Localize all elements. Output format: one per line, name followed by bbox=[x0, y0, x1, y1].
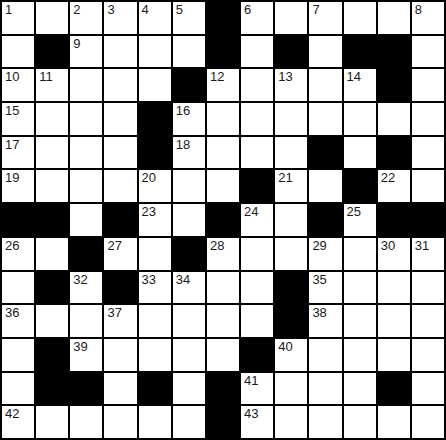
clue-number-5: 5 bbox=[176, 3, 183, 16]
cell-r8-c4[interactable]: 27 bbox=[104, 238, 136, 270]
cell-r9-c11[interactable] bbox=[344, 272, 376, 304]
cell-r2-c6[interactable] bbox=[173, 36, 205, 68]
clue-number-39: 39 bbox=[73, 340, 87, 353]
cell-r3-c13[interactable] bbox=[412, 69, 444, 101]
cell-r6-c4[interactable] bbox=[104, 170, 136, 202]
clue-number-29: 29 bbox=[312, 239, 326, 252]
cell-r4-c1[interactable]: 15 bbox=[2, 103, 34, 135]
black-cell-r9-c9 bbox=[275, 272, 307, 304]
cell-r13-c13[interactable] bbox=[412, 406, 444, 438]
cell-r12-c13[interactable] bbox=[412, 373, 444, 405]
cell-r11-c6[interactable] bbox=[173, 339, 205, 371]
cell-r6-c10[interactable] bbox=[309, 170, 341, 202]
cell-r11-c10[interactable] bbox=[309, 339, 341, 371]
cell-r3-c7[interactable]: 12 bbox=[207, 69, 239, 101]
clue-number-40: 40 bbox=[278, 340, 292, 353]
cell-r12-c4[interactable] bbox=[104, 373, 136, 405]
cell-r12-c11[interactable] bbox=[344, 373, 376, 405]
black-cell-r7-c4 bbox=[104, 204, 136, 236]
black-cell-r9-c2 bbox=[36, 272, 68, 304]
cell-r3-c1[interactable]: 10 bbox=[2, 69, 34, 101]
cell-r4-c7[interactable] bbox=[207, 103, 239, 135]
clue-number-38: 38 bbox=[312, 306, 326, 319]
clue-number-36: 36 bbox=[5, 306, 19, 319]
clue-number-8: 8 bbox=[415, 3, 422, 16]
cell-r10-c4[interactable]: 37 bbox=[104, 305, 136, 337]
cell-r6-c13[interactable] bbox=[412, 170, 444, 202]
black-cell-r10-c9 bbox=[275, 305, 307, 337]
cell-r7-c6[interactable] bbox=[173, 204, 205, 236]
cell-r1-c12[interactable] bbox=[378, 2, 410, 34]
cell-r6-c7[interactable] bbox=[207, 170, 239, 202]
cell-r3-c10[interactable] bbox=[309, 69, 341, 101]
clue-number-25: 25 bbox=[347, 205, 361, 218]
clue-number-2: 2 bbox=[73, 3, 80, 16]
clue-number-33: 33 bbox=[142, 273, 156, 286]
cell-r8-c10[interactable]: 29 bbox=[309, 238, 341, 270]
cell-r5-c1[interactable]: 17 bbox=[2, 137, 34, 169]
clue-number-37: 37 bbox=[107, 306, 121, 319]
clue-number-22: 22 bbox=[381, 171, 395, 184]
clue-number-24: 24 bbox=[244, 205, 258, 218]
cell-r5-c2[interactable] bbox=[36, 137, 68, 169]
cell-r5-c3[interactable] bbox=[70, 137, 102, 169]
cell-r6-c2[interactable] bbox=[36, 170, 68, 202]
cell-r2-c1[interactable] bbox=[2, 36, 34, 68]
black-cell-r7-c13 bbox=[412, 204, 444, 236]
cell-r9-c12[interactable] bbox=[378, 272, 410, 304]
black-cell-r7-c1 bbox=[2, 204, 34, 236]
cell-r1-c10[interactable]: 7 bbox=[309, 2, 341, 34]
black-cell-r12-c12 bbox=[378, 373, 410, 405]
cell-r4-c10[interactable] bbox=[309, 103, 341, 135]
black-cell-r7-c7 bbox=[207, 204, 239, 236]
cell-r3-c9[interactable]: 13 bbox=[275, 69, 307, 101]
black-cell-r2-c12 bbox=[378, 36, 410, 68]
clue-number-1: 1 bbox=[5, 3, 12, 16]
cell-r11-c5[interactable] bbox=[139, 339, 171, 371]
clue-number-17: 17 bbox=[5, 138, 19, 151]
cell-r10-c12[interactable] bbox=[378, 305, 410, 337]
cell-r6-c6[interactable] bbox=[173, 170, 205, 202]
cell-r2-c4[interactable] bbox=[104, 36, 136, 68]
clue-number-18: 18 bbox=[176, 138, 190, 151]
cell-r4-c3[interactable] bbox=[70, 103, 102, 135]
cell-r13-c10[interactable] bbox=[309, 406, 341, 438]
clue-number-42: 42 bbox=[5, 407, 19, 420]
cell-r4-c13[interactable] bbox=[412, 103, 444, 135]
black-cell-r7-c2 bbox=[36, 204, 68, 236]
cell-r9-c13[interactable] bbox=[412, 272, 444, 304]
cell-r10-c11[interactable] bbox=[344, 305, 376, 337]
cell-r4-c12[interactable] bbox=[378, 103, 410, 135]
cell-r9-c3[interactable]: 32 bbox=[70, 272, 102, 304]
cell-r13-c2[interactable] bbox=[36, 406, 68, 438]
cell-r9-c8[interactable] bbox=[241, 272, 273, 304]
cell-r4-c4[interactable] bbox=[104, 103, 136, 135]
cell-r3-c3[interactable] bbox=[70, 69, 102, 101]
clue-number-15: 15 bbox=[5, 104, 19, 117]
cell-r11-c4[interactable] bbox=[104, 339, 136, 371]
cell-r1-c13[interactable]: 8 bbox=[412, 2, 444, 34]
cell-r7-c5[interactable]: 23 bbox=[139, 204, 171, 236]
black-cell-r4-c5 bbox=[139, 103, 171, 135]
black-cell-r3-c6 bbox=[173, 69, 205, 101]
cell-r11-c13[interactable] bbox=[412, 339, 444, 371]
cell-r13-c8[interactable]: 43 bbox=[241, 406, 273, 438]
clue-number-31: 31 bbox=[415, 239, 429, 252]
cell-r11-c1[interactable] bbox=[2, 339, 34, 371]
cell-r8-c11[interactable] bbox=[344, 238, 376, 270]
cell-r2-c13[interactable] bbox=[412, 36, 444, 68]
black-cell-r11-c8 bbox=[241, 339, 273, 371]
cell-r12-c9[interactable] bbox=[275, 373, 307, 405]
cell-r13-c1[interactable]: 42 bbox=[2, 406, 34, 438]
cell-r8-c12[interactable]: 30 bbox=[378, 238, 410, 270]
clue-number-19: 19 bbox=[5, 171, 19, 184]
cell-r4-c9[interactable] bbox=[275, 103, 307, 135]
cell-r6-c3[interactable] bbox=[70, 170, 102, 202]
cell-r9-c7[interactable] bbox=[207, 272, 239, 304]
cell-r3-c8[interactable] bbox=[241, 69, 273, 101]
cell-r13-c4[interactable] bbox=[104, 406, 136, 438]
cell-r7-c11[interactable]: 25 bbox=[344, 204, 376, 236]
clue-number-12: 12 bbox=[210, 70, 224, 83]
black-cell-r12-c5 bbox=[139, 373, 171, 405]
cell-r10-c2[interactable] bbox=[36, 305, 68, 337]
cell-r2-c8[interactable] bbox=[241, 36, 273, 68]
black-cell-r8-c3 bbox=[70, 238, 102, 270]
clue-number-27: 27 bbox=[107, 239, 121, 252]
cell-r9-c5[interactable]: 33 bbox=[139, 272, 171, 304]
black-cell-r2-c2 bbox=[36, 36, 68, 68]
clue-number-30: 30 bbox=[381, 239, 395, 252]
cell-r10-c1[interactable]: 36 bbox=[2, 305, 34, 337]
cell-r9-c1[interactable] bbox=[2, 272, 34, 304]
cell-r7-c3[interactable] bbox=[70, 204, 102, 236]
clue-number-4: 4 bbox=[142, 3, 149, 16]
black-cell-r9-c4 bbox=[104, 272, 136, 304]
cell-r10-c13[interactable] bbox=[412, 305, 444, 337]
cell-r13-c6[interactable] bbox=[173, 406, 205, 438]
cell-r8-c2[interactable] bbox=[36, 238, 68, 270]
cell-r6-c1[interactable]: 19 bbox=[2, 170, 34, 202]
cell-r2-c5[interactable] bbox=[139, 36, 171, 68]
black-cell-r12-c3 bbox=[70, 373, 102, 405]
cell-r9-c10[interactable]: 35 bbox=[309, 272, 341, 304]
black-cell-r5-c10 bbox=[309, 137, 341, 169]
clue-number-28: 28 bbox=[210, 239, 224, 252]
cell-r3-c11[interactable]: 14 bbox=[344, 69, 376, 101]
black-cell-r12-c7 bbox=[207, 373, 239, 405]
cell-r13-c11[interactable] bbox=[344, 406, 376, 438]
black-cell-r6-c8 bbox=[241, 170, 273, 202]
cell-r8-c1[interactable]: 26 bbox=[2, 238, 34, 270]
cell-r1-c5[interactable]: 4 bbox=[139, 2, 171, 34]
cell-r1-c8[interactable]: 6 bbox=[241, 2, 273, 34]
cell-r1-c9[interactable] bbox=[275, 2, 307, 34]
cell-r10-c3[interactable] bbox=[70, 305, 102, 337]
cell-r8-c8[interactable] bbox=[241, 238, 273, 270]
cell-r2-c3[interactable]: 9 bbox=[70, 36, 102, 68]
cell-r2-c10[interactable] bbox=[309, 36, 341, 68]
black-cell-r12-c2 bbox=[36, 373, 68, 405]
cell-r4-c8[interactable] bbox=[241, 103, 273, 135]
cell-r8-c7[interactable]: 28 bbox=[207, 238, 239, 270]
black-cell-r1-c7 bbox=[207, 2, 239, 34]
clue-number-10: 10 bbox=[5, 70, 19, 83]
black-cell-r6-c11 bbox=[344, 170, 376, 202]
cell-r8-c13[interactable]: 31 bbox=[412, 238, 444, 270]
cell-r10-c6[interactable] bbox=[173, 305, 205, 337]
cell-r1-c6[interactable]: 5 bbox=[173, 2, 205, 34]
crossword-grid: 1234567891011121314151617181920212223242… bbox=[0, 0, 446, 440]
cell-r4-c6[interactable]: 16 bbox=[173, 103, 205, 135]
cell-r8-c5[interactable] bbox=[139, 238, 171, 270]
cell-r11-c9[interactable]: 40 bbox=[275, 339, 307, 371]
cell-r9-c6[interactable]: 34 bbox=[173, 272, 205, 304]
cell-r1-c11[interactable] bbox=[344, 2, 376, 34]
black-cell-r3-c12 bbox=[378, 69, 410, 101]
cell-r13-c12[interactable] bbox=[378, 406, 410, 438]
black-cell-r2-c9 bbox=[275, 36, 307, 68]
cell-r13-c5[interactable] bbox=[139, 406, 171, 438]
cell-r11-c7[interactable] bbox=[207, 339, 239, 371]
cell-r1-c2[interactable] bbox=[36, 2, 68, 34]
cell-r10-c8[interactable] bbox=[241, 305, 273, 337]
black-cell-r13-c7 bbox=[207, 406, 239, 438]
cell-r10-c10[interactable]: 38 bbox=[309, 305, 341, 337]
clue-number-26: 26 bbox=[5, 239, 19, 252]
clue-number-7: 7 bbox=[312, 3, 319, 16]
black-cell-r7-c10 bbox=[309, 204, 341, 236]
cell-r13-c3[interactable] bbox=[70, 406, 102, 438]
cell-r12-c6[interactable] bbox=[173, 373, 205, 405]
cell-r4-c11[interactable] bbox=[344, 103, 376, 135]
clue-number-14: 14 bbox=[347, 70, 361, 83]
cell-r10-c5[interactable] bbox=[139, 305, 171, 337]
cell-r12-c8[interactable]: 41 bbox=[241, 373, 273, 405]
clue-number-21: 21 bbox=[278, 171, 292, 184]
cell-r4-c2[interactable] bbox=[36, 103, 68, 135]
black-cell-r2-c7 bbox=[207, 36, 239, 68]
clue-number-43: 43 bbox=[244, 407, 258, 420]
cell-r5-c6[interactable]: 18 bbox=[173, 137, 205, 169]
clue-number-23: 23 bbox=[142, 205, 156, 218]
cell-r1-c1[interactable]: 1 bbox=[2, 2, 34, 34]
cell-r6-c9[interactable]: 21 bbox=[275, 170, 307, 202]
cell-r1-c4[interactable]: 3 bbox=[104, 2, 136, 34]
cell-r3-c2[interactable]: 11 bbox=[36, 69, 68, 101]
cell-r6-c12[interactable]: 22 bbox=[378, 170, 410, 202]
black-cell-r11-c2 bbox=[36, 339, 68, 371]
black-cell-r5-c5 bbox=[139, 137, 171, 169]
cell-r11-c3[interactable]: 39 bbox=[70, 339, 102, 371]
cell-r6-c5[interactable]: 20 bbox=[139, 170, 171, 202]
cell-r12-c1[interactable] bbox=[2, 373, 34, 405]
clue-number-9: 9 bbox=[73, 37, 80, 50]
clue-number-20: 20 bbox=[142, 171, 156, 184]
cell-r7-c9[interactable] bbox=[275, 204, 307, 236]
cell-r3-c4[interactable] bbox=[104, 69, 136, 101]
clue-number-13: 13 bbox=[278, 70, 292, 83]
clue-number-11: 11 bbox=[39, 70, 53, 83]
black-cell-r5-c12 bbox=[378, 137, 410, 169]
cell-r5-c4[interactable] bbox=[104, 137, 136, 169]
clue-number-16: 16 bbox=[176, 104, 190, 117]
clue-number-35: 35 bbox=[312, 273, 326, 286]
clue-number-3: 3 bbox=[107, 3, 114, 16]
black-cell-r8-c6 bbox=[173, 238, 205, 270]
black-cell-r7-c12 bbox=[378, 204, 410, 236]
cell-r5-c9[interactable] bbox=[275, 137, 307, 169]
cell-r10-c7[interactable] bbox=[207, 305, 239, 337]
cell-r8-c9[interactable] bbox=[275, 238, 307, 270]
clue-number-34: 34 bbox=[176, 273, 190, 286]
cell-r5-c7[interactable] bbox=[207, 137, 239, 169]
cell-r12-c10[interactable] bbox=[309, 373, 341, 405]
cell-r3-c5[interactable] bbox=[139, 69, 171, 101]
cell-r5-c13[interactable] bbox=[412, 137, 444, 169]
clue-number-41: 41 bbox=[244, 374, 258, 387]
cell-r7-c8[interactable]: 24 bbox=[241, 204, 273, 236]
cell-r13-c9[interactable] bbox=[275, 406, 307, 438]
clue-number-32: 32 bbox=[73, 273, 87, 286]
cell-r11-c11[interactable] bbox=[344, 339, 376, 371]
clue-number-6: 6 bbox=[244, 3, 251, 16]
cell-r5-c11[interactable] bbox=[344, 137, 376, 169]
cell-r11-c12[interactable] bbox=[378, 339, 410, 371]
cell-r1-c3[interactable]: 2 bbox=[70, 2, 102, 34]
black-cell-r2-c11 bbox=[344, 36, 376, 68]
cell-r5-c8[interactable] bbox=[241, 137, 273, 169]
